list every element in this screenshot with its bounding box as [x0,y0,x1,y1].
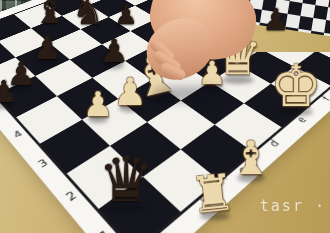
tasr-watermark: tasr · [260,197,326,215]
hand-shadow [150,86,224,102]
photo-frame: 12345678abcdefgh ♝♞♟♟♟♟♟♛♟♟♝♟♛♚♝♜♟ tasr … [0,0,330,233]
